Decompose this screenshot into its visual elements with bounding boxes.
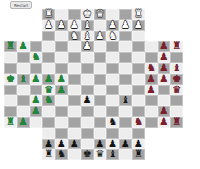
square-c8[interactable]: ♟ [30, 74, 43, 85]
piece-black-p: ♟ [69, 140, 80, 149]
cut-corner [4, 31, 17, 42]
square-d4[interactable] [42, 117, 55, 128]
square-e14[interactable] [55, 9, 68, 20]
square-a11[interactable]: ♜ [4, 41, 17, 52]
square-k5[interactable] [132, 106, 145, 117]
piece-black-r: ♜ [43, 150, 54, 159]
square-i3[interactable] [106, 128, 119, 139]
piece-red-p: ♟ [146, 75, 157, 84]
square-d9[interactable] [42, 63, 55, 74]
piece-red-b: ♝ [171, 64, 182, 73]
square-j3[interactable] [119, 128, 132, 139]
square-c5[interactable]: ♟ [30, 106, 43, 117]
cut-corner [158, 20, 171, 31]
square-i10[interactable] [106, 52, 119, 63]
square-f5[interactable] [68, 106, 81, 117]
piece-white-b: ♝ [82, 21, 93, 30]
square-k12[interactable] [132, 31, 145, 42]
square-i13[interactable]: ♟ [106, 20, 119, 31]
square-h11[interactable] [94, 41, 107, 52]
piece-green-r: ♜ [5, 42, 16, 51]
square-l8[interactable]: ♟ [145, 74, 158, 85]
square-h12[interactable]: ♟ [94, 31, 107, 42]
square-d6[interactable]: ♞ [42, 95, 55, 106]
cut-corner [30, 9, 43, 20]
square-f11[interactable] [68, 41, 81, 52]
piece-black-b: ♝ [107, 150, 118, 159]
square-d10[interactable] [42, 52, 55, 63]
square-g2[interactable] [81, 139, 94, 150]
square-e5[interactable] [55, 106, 68, 117]
square-f14[interactable] [68, 9, 81, 20]
square-c4[interactable] [30, 117, 43, 128]
square-a10[interactable] [4, 52, 17, 63]
square-k7[interactable] [132, 85, 145, 96]
square-k13[interactable]: ♟ [132, 20, 145, 31]
cut-corner [158, 31, 171, 42]
square-f9[interactable] [68, 63, 81, 74]
piece-green-p: ♟ [31, 75, 42, 84]
square-e11[interactable] [55, 41, 68, 52]
piece-green-p: ♟ [56, 75, 67, 84]
square-i8[interactable] [106, 74, 119, 85]
square-j2[interactable]: ♟ [119, 139, 132, 150]
square-n9[interactable]: ♝ [170, 63, 183, 74]
piece-red-k: ♚ [171, 75, 182, 84]
piece-green-p: ♟ [31, 96, 42, 105]
piece-white-p: ♟ [107, 21, 118, 30]
piece-black-b: ♝ [120, 96, 131, 105]
square-i6[interactable] [106, 95, 119, 106]
cut-corner [4, 9, 17, 20]
piece-red-p: ♟ [159, 107, 170, 116]
square-e3[interactable] [55, 128, 68, 139]
square-e1[interactable]: ♞ [55, 149, 68, 160]
piece-red-n: ♞ [133, 118, 144, 127]
piece-green-n: ♞ [43, 96, 54, 105]
square-f7[interactable] [68, 85, 81, 96]
square-a7[interactable] [4, 85, 17, 96]
cut-corner [158, 149, 171, 160]
piece-white-p: ♟ [56, 21, 67, 30]
cut-corner [170, 149, 183, 160]
square-j12[interactable] [119, 31, 132, 42]
square-a8[interactable]: ♚ [4, 74, 17, 85]
cut-corner [30, 139, 43, 150]
square-b9[interactable] [17, 63, 30, 74]
square-a5[interactable] [4, 106, 17, 117]
four-player-chess-board: ♜♚♛♜♟♟♟♝♟♟♟♞♝♟♞♜♟♟♟♜♞♟♞♟♝♚♝♟♟♟♟♟♚♛♟♟♛♟♞♟… [4, 9, 183, 160]
square-c7[interactable] [30, 85, 43, 96]
square-l10[interactable] [145, 52, 158, 63]
square-i5[interactable] [106, 106, 119, 117]
piece-white-r: ♜ [133, 10, 144, 19]
piece-green-r: ♜ [5, 118, 16, 127]
square-g9[interactable] [81, 63, 94, 74]
piece-red-p: ♟ [159, 75, 170, 84]
cut-corner [145, 128, 158, 139]
square-h4[interactable] [94, 117, 107, 128]
square-g1[interactable]: ♚ [81, 149, 94, 160]
piece-green-p: ♟ [18, 42, 29, 51]
square-f12[interactable]: ♞ [68, 31, 81, 42]
square-f1[interactable] [68, 149, 81, 160]
piece-black-r: ♜ [133, 150, 144, 159]
cut-corner [158, 9, 171, 20]
piece-green-k: ♚ [5, 75, 16, 84]
square-f13[interactable]: ♟ [68, 20, 81, 31]
square-j10[interactable] [119, 52, 132, 63]
square-k11[interactable] [132, 41, 145, 52]
piece-white-p: ♟ [133, 21, 144, 30]
piece-black-p: ♟ [95, 140, 106, 149]
square-b6[interactable] [17, 95, 30, 106]
piece-green-n: ♞ [31, 53, 42, 62]
piece-red-p: ♟ [159, 53, 170, 62]
piece-red-r: ♜ [171, 42, 182, 51]
cut-corner [145, 31, 158, 42]
square-h8[interactable] [94, 74, 107, 85]
square-d8[interactable]: ♟ [42, 74, 55, 85]
square-g13[interactable]: ♝ [81, 20, 94, 31]
square-i9[interactable] [106, 63, 119, 74]
square-b10[interactable] [17, 52, 30, 63]
square-g5[interactable] [81, 106, 94, 117]
piece-red-r: ♜ [171, 118, 182, 127]
square-g7[interactable] [81, 85, 94, 96]
square-a6[interactable] [4, 95, 17, 106]
square-n10[interactable] [170, 52, 183, 63]
piece-green-p: ♟ [43, 75, 54, 84]
square-g6[interactable]: ♟ [81, 95, 94, 106]
square-d1[interactable]: ♜ [42, 149, 55, 160]
square-d13[interactable]: ♟ [42, 20, 55, 31]
square-d7[interactable]: ♛ [42, 85, 55, 96]
square-h2[interactable]: ♟ [94, 139, 107, 150]
square-l6[interactable] [145, 95, 158, 106]
cut-corner [4, 128, 17, 139]
square-j7[interactable] [119, 85, 132, 96]
square-j11[interactable] [119, 41, 132, 52]
square-g11[interactable]: ♟ [81, 41, 94, 52]
square-k2[interactable]: ♟ [132, 139, 145, 150]
square-h14[interactable]: ♛ [94, 9, 107, 20]
cut-corner [145, 9, 158, 20]
square-g10[interactable] [81, 52, 94, 63]
square-k8[interactable] [132, 74, 145, 85]
piece-green-p: ♟ [56, 86, 67, 95]
restart-button[interactable]: Restart [10, 1, 32, 9]
square-d3[interactable] [42, 128, 55, 139]
piece-green-p: ♟ [31, 107, 42, 116]
piece-white-p: ♟ [95, 32, 106, 41]
square-f3[interactable] [68, 128, 81, 139]
square-j9[interactable] [119, 63, 132, 74]
piece-white-k: ♚ [82, 10, 93, 19]
square-b7[interactable] [17, 85, 30, 96]
square-l5[interactable] [145, 106, 158, 117]
piece-white-n: ♞ [69, 32, 80, 41]
piece-black-n: ♞ [56, 150, 67, 159]
cut-corner [170, 9, 183, 20]
cut-corner [30, 149, 43, 160]
cut-corner [170, 139, 183, 150]
square-e12[interactable] [55, 31, 68, 42]
square-e6[interactable] [55, 95, 68, 106]
piece-white-n: ♞ [107, 32, 118, 41]
cut-corner [17, 9, 30, 20]
cut-corner [17, 128, 30, 139]
square-l4[interactable] [145, 117, 158, 128]
square-d12[interactable] [42, 31, 55, 42]
square-i7[interactable] [106, 85, 119, 96]
square-h6[interactable] [94, 95, 107, 106]
cut-corner [145, 149, 158, 160]
piece-black-k: ♚ [82, 150, 93, 159]
square-h3[interactable] [94, 128, 107, 139]
square-k1[interactable]: ♜ [132, 149, 145, 160]
piece-white-q: ♛ [95, 10, 106, 19]
square-m7[interactable] [158, 85, 171, 96]
square-b8[interactable]: ♝ [17, 74, 30, 85]
square-h1[interactable]: ♛ [94, 149, 107, 160]
piece-white-p: ♟ [43, 21, 54, 30]
square-j14[interactable] [119, 9, 132, 20]
square-g14[interactable]: ♚ [81, 9, 94, 20]
piece-red-q: ♛ [171, 86, 182, 95]
cut-corner [158, 139, 171, 150]
cut-corner [17, 31, 30, 42]
square-c9[interactable] [30, 63, 43, 74]
piece-black-q: ♛ [95, 150, 106, 159]
square-k10[interactable] [132, 52, 145, 63]
square-n7[interactable]: ♛ [170, 85, 183, 96]
square-m6[interactable] [158, 95, 171, 106]
piece-red-p: ♟ [159, 64, 170, 73]
square-n6[interactable] [170, 95, 183, 106]
square-k4[interactable]: ♞ [132, 117, 145, 128]
piece-black-p: ♟ [56, 140, 67, 149]
piece-white-p: ♟ [120, 21, 131, 30]
square-h9[interactable] [94, 63, 107, 74]
square-b5[interactable] [17, 106, 30, 117]
square-n11[interactable]: ♜ [170, 41, 183, 52]
square-f2[interactable]: ♟ [68, 139, 81, 150]
piece-white-r: ♜ [43, 10, 54, 19]
square-f6[interactable] [68, 95, 81, 106]
cut-corner [170, 31, 183, 42]
cut-corner [145, 139, 158, 150]
piece-black-p: ♟ [120, 140, 131, 149]
square-k3[interactable] [132, 128, 145, 139]
cut-corner [17, 139, 30, 150]
square-j13[interactable]: ♟ [119, 20, 132, 31]
square-e9[interactable] [55, 63, 68, 74]
square-n4[interactable]: ♜ [170, 117, 183, 128]
square-f10[interactable] [68, 52, 81, 63]
square-b11[interactable]: ♟ [17, 41, 30, 52]
square-j8[interactable] [119, 74, 132, 85]
square-i14[interactable] [106, 9, 119, 20]
piece-white-p: ♟ [69, 21, 80, 30]
square-k14[interactable]: ♜ [132, 9, 145, 20]
cut-corner [30, 20, 43, 31]
cut-corner [170, 128, 183, 139]
piece-black-p: ♟ [43, 140, 54, 149]
cut-corner [4, 139, 17, 150]
piece-green-p: ♟ [18, 118, 29, 127]
square-c11[interactable] [30, 41, 43, 52]
square-j5[interactable] [119, 106, 132, 117]
square-m8[interactable]: ♟ [158, 74, 171, 85]
square-k9[interactable] [132, 63, 145, 74]
piece-black-p: ♟ [107, 140, 118, 149]
cut-corner [158, 128, 171, 139]
square-d2[interactable]: ♟ [42, 139, 55, 150]
square-j4[interactable] [119, 117, 132, 128]
piece-green-q: ♛ [43, 86, 54, 95]
square-d14[interactable]: ♜ [42, 9, 55, 20]
piece-red-p: ♟ [159, 42, 170, 51]
square-m9[interactable]: ♟ [158, 63, 171, 74]
square-l9[interactable]: ♞ [145, 63, 158, 74]
piece-white-b: ♝ [82, 32, 93, 41]
square-h5[interactable] [94, 106, 107, 117]
square-i11[interactable] [106, 41, 119, 52]
square-m11[interactable]: ♟ [158, 41, 171, 52]
cut-corner [170, 20, 183, 31]
square-i1[interactable]: ♝ [106, 149, 119, 160]
square-f8[interactable] [68, 74, 81, 85]
square-f4[interactable] [68, 117, 81, 128]
square-m10[interactable]: ♟ [158, 52, 171, 63]
square-e2[interactable]: ♟ [55, 139, 68, 150]
piece-black-p: ♟ [133, 140, 144, 149]
square-k6[interactable] [132, 95, 145, 106]
square-g3[interactable] [81, 128, 94, 139]
piece-black-p: ♟ [82, 96, 93, 105]
piece-red-p: ♟ [146, 86, 157, 95]
piece-black-n: ♞ [107, 118, 118, 127]
square-c10[interactable]: ♞ [30, 52, 43, 63]
square-h13[interactable] [94, 20, 107, 31]
square-i4[interactable]: ♞ [106, 117, 119, 128]
piece-green-b: ♝ [18, 75, 29, 84]
piece-white-p: ♟ [82, 42, 93, 51]
square-j6[interactable]: ♝ [119, 95, 132, 106]
square-m4[interactable]: ♟ [158, 117, 171, 128]
square-j1[interactable] [119, 149, 132, 160]
square-e4[interactable] [55, 117, 68, 128]
square-d5[interactable] [42, 106, 55, 117]
square-e10[interactable] [55, 52, 68, 63]
square-i12[interactable]: ♞ [106, 31, 119, 42]
square-n8[interactable]: ♚ [170, 74, 183, 85]
cut-corner [30, 128, 43, 139]
cut-corner [4, 20, 17, 31]
cut-corner [30, 31, 43, 42]
cut-corner [17, 149, 30, 160]
square-h10[interactable] [94, 52, 107, 63]
cut-corner [17, 20, 30, 31]
square-g4[interactable] [81, 117, 94, 128]
square-a9[interactable] [4, 63, 17, 74]
square-a4[interactable]: ♜ [4, 117, 17, 128]
square-i2[interactable]: ♟ [106, 139, 119, 150]
square-c6[interactable]: ♟ [30, 95, 43, 106]
piece-red-p: ♟ [159, 118, 170, 127]
square-l11[interactable] [145, 41, 158, 52]
square-e7[interactable]: ♟ [55, 85, 68, 96]
piece-red-n: ♞ [146, 64, 157, 73]
cut-corner [145, 20, 158, 31]
square-l7[interactable]: ♟ [145, 85, 158, 96]
square-m5[interactable]: ♟ [158, 106, 171, 117]
square-e13[interactable]: ♟ [55, 20, 68, 31]
square-g8[interactable] [81, 74, 94, 85]
square-e8[interactable]: ♟ [55, 74, 68, 85]
square-g12[interactable]: ♝ [81, 31, 94, 42]
cut-corner [4, 149, 17, 160]
square-h7[interactable] [94, 85, 107, 96]
square-n5[interactable] [170, 106, 183, 117]
square-b4[interactable]: ♟ [17, 117, 30, 128]
square-d11[interactable] [42, 41, 55, 52]
